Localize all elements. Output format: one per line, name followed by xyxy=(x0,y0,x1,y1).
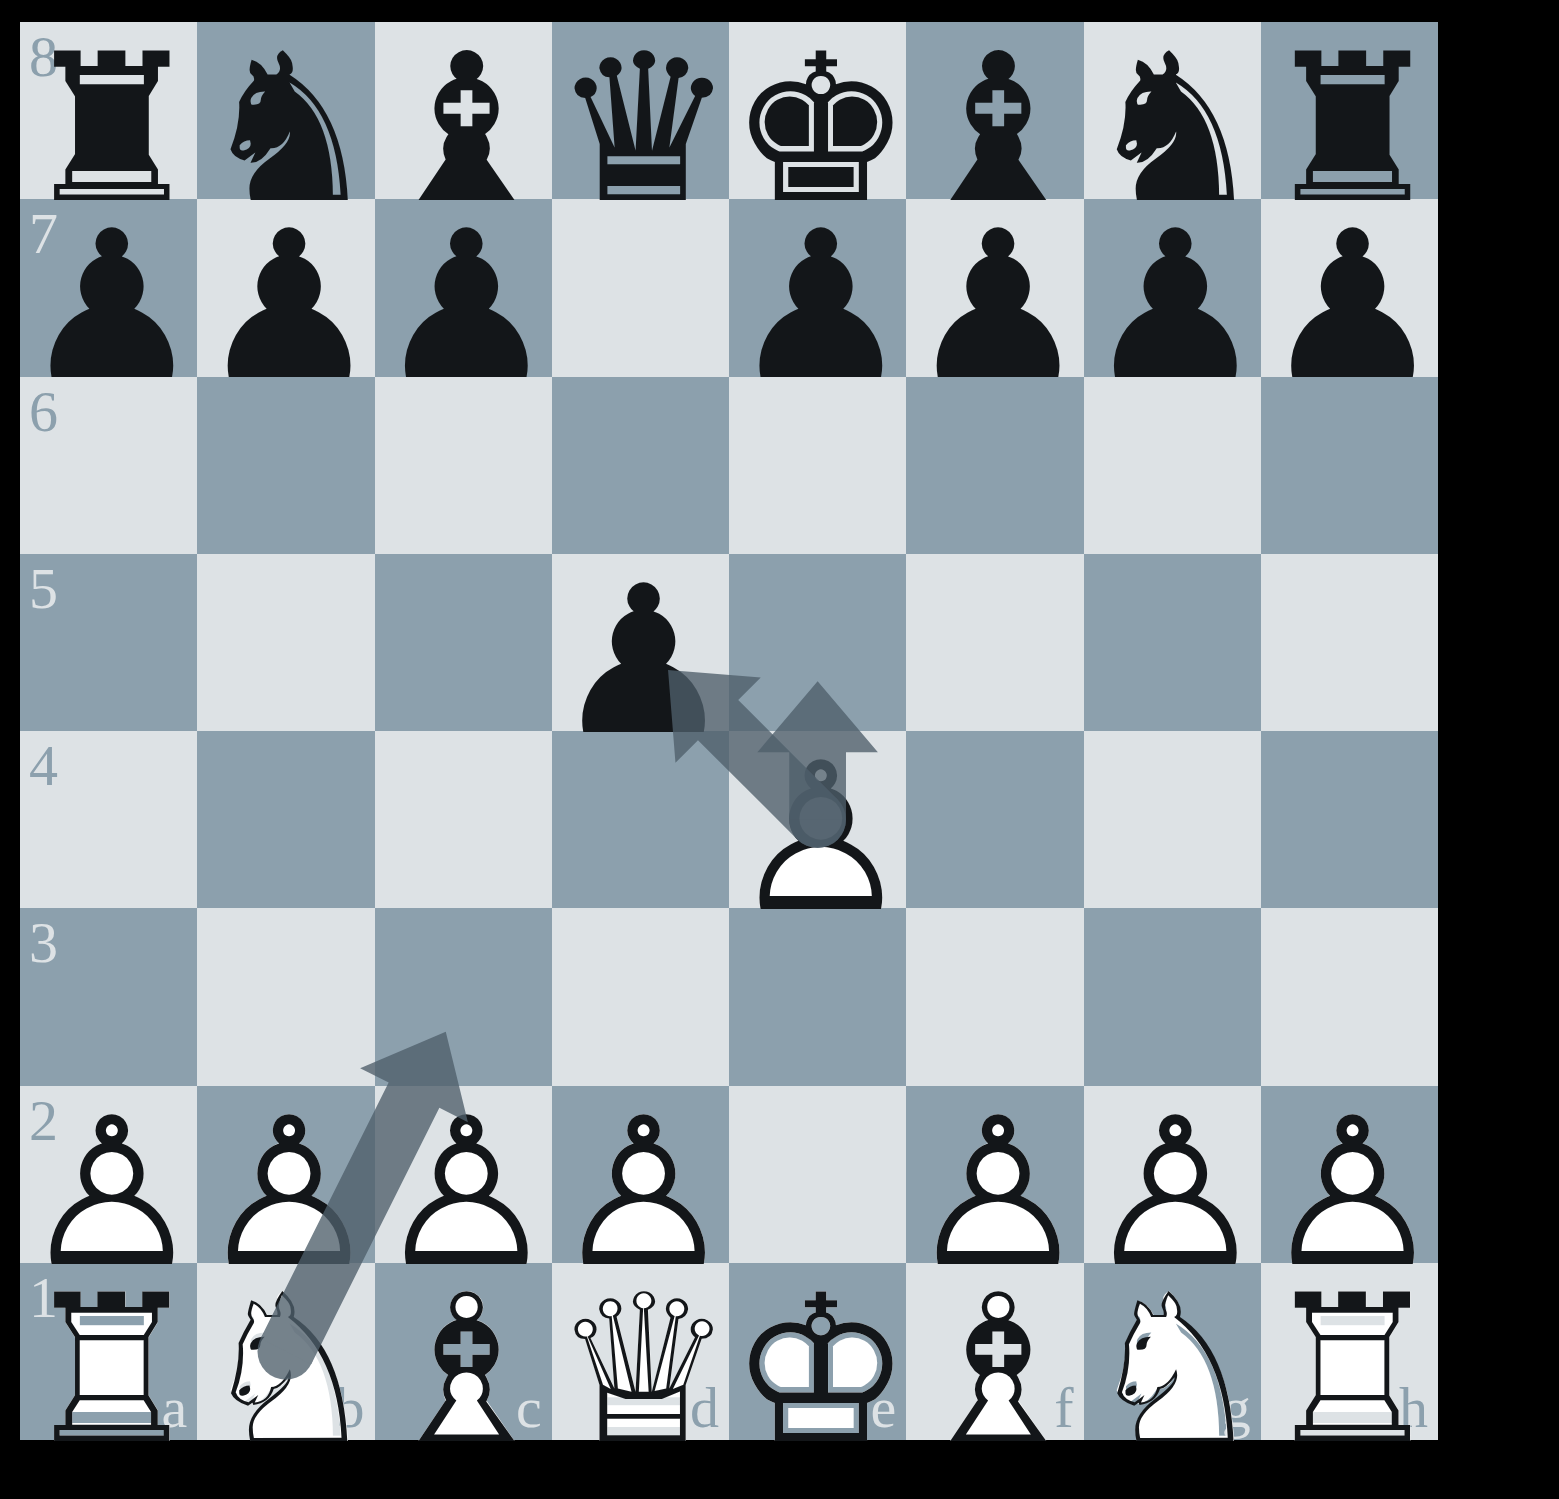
square-c3[interactable] xyxy=(375,908,552,1085)
piece-glyph: ♟ xyxy=(729,204,913,409)
square-a1[interactable]: 1a♜♖ xyxy=(20,1263,197,1440)
square-d1[interactable]: d♛♕ xyxy=(552,1263,729,1440)
square-f7[interactable]: ♟ xyxy=(906,199,1083,376)
square-h2[interactable]: ♟♙ xyxy=(1261,1086,1438,1263)
square-g3[interactable] xyxy=(1084,908,1261,1085)
square-c1[interactable]: c♝♗ xyxy=(375,1263,552,1440)
black-queen-d8[interactable]: ♛ xyxy=(552,22,729,199)
white-knight-b1[interactable]: ♞♘ xyxy=(197,1263,374,1440)
rank-label-5: 5 xyxy=(29,560,58,618)
square-b8[interactable]: ♞ xyxy=(197,22,374,199)
square-h8[interactable]: ♜ xyxy=(1261,22,1438,199)
black-pawn-e7[interactable]: ♟ xyxy=(729,199,906,376)
piece-glyph-outline: ♘ xyxy=(197,1268,381,1473)
piece-glyph-outline: ♗ xyxy=(375,1268,559,1473)
black-pawn-g7[interactable]: ♟ xyxy=(1084,199,1261,376)
square-b4[interactable] xyxy=(197,731,374,908)
square-f4[interactable] xyxy=(906,731,1083,908)
white-rook-a1[interactable]: ♜♖ xyxy=(20,1263,197,1440)
square-g5[interactable] xyxy=(1084,554,1261,731)
black-pawn-d5[interactable]: ♟ xyxy=(552,554,729,731)
square-h7[interactable]: ♟ xyxy=(1261,199,1438,376)
white-bishop-f1[interactable]: ♝♗ xyxy=(906,1263,1083,1440)
piece-glyph-outline: ♙ xyxy=(729,736,913,941)
square-e2[interactable] xyxy=(729,1086,906,1263)
piece-glyph: ♟ xyxy=(375,204,559,409)
chess-board: 8♜♞♝♛♚♝♞♜7♟♟♟♟♟♟♟65♟4♟♙32♟♙♟♙♟♙♟♙♟♙♟♙♟♙1… xyxy=(20,22,1438,1440)
square-a2[interactable]: 2♟♙ xyxy=(20,1086,197,1263)
piece-glyph: ♟ xyxy=(197,204,381,409)
square-e1[interactable]: e♚♔ xyxy=(729,1263,906,1440)
page-background: 8♜♞♝♛♚♝♞♜7♟♟♟♟♟♟♟65♟4♟♙32♟♙♟♙♟♙♟♙♟♙♟♙♟♙1… xyxy=(0,0,1559,1499)
white-pawn-e4[interactable]: ♟♙ xyxy=(729,731,906,908)
piece-glyph: ♛ xyxy=(552,27,736,232)
white-pawn-c2[interactable]: ♟♙ xyxy=(375,1086,552,1263)
piece-glyph-outline: ♔ xyxy=(729,1268,913,1473)
piece-glyph: ♟ xyxy=(1261,204,1445,409)
square-d3[interactable] xyxy=(552,908,729,1085)
square-h3[interactable] xyxy=(1261,908,1438,1085)
black-pawn-h7[interactable]: ♟ xyxy=(1261,199,1438,376)
piece-glyph: ♟ xyxy=(552,559,736,764)
square-d8[interactable]: ♛ xyxy=(552,22,729,199)
square-e4[interactable]: ♟♙ xyxy=(729,731,906,908)
square-d5[interactable]: ♟ xyxy=(552,554,729,731)
square-c7[interactable]: ♟ xyxy=(375,199,552,376)
square-g2[interactable]: ♟♙ xyxy=(1084,1086,1261,1263)
square-a7[interactable]: 7♟ xyxy=(20,199,197,376)
square-f5[interactable] xyxy=(906,554,1083,731)
square-f2[interactable]: ♟♙ xyxy=(906,1086,1083,1263)
square-h1[interactable]: h♜♖ xyxy=(1261,1263,1438,1440)
piece-glyph-outline: ♖ xyxy=(1261,1268,1445,1473)
black-bishop-f8[interactable]: ♝ xyxy=(906,22,1083,199)
white-king-e1[interactable]: ♚♔ xyxy=(729,1263,906,1440)
square-b1[interactable]: b♞♘ xyxy=(197,1263,374,1440)
square-g4[interactable] xyxy=(1084,731,1261,908)
square-f8[interactable]: ♝ xyxy=(906,22,1083,199)
square-b5[interactable] xyxy=(197,554,374,731)
square-h4[interactable] xyxy=(1261,731,1438,908)
square-e8[interactable]: ♚ xyxy=(729,22,906,199)
square-b3[interactable] xyxy=(197,908,374,1085)
square-f3[interactable] xyxy=(906,908,1083,1085)
square-g8[interactable]: ♞ xyxy=(1084,22,1261,199)
square-c4[interactable] xyxy=(375,731,552,908)
square-f1[interactable]: f♝♗ xyxy=(906,1263,1083,1440)
square-c2[interactable]: ♟♙ xyxy=(375,1086,552,1263)
white-queen-d1[interactable]: ♛♕ xyxy=(552,1263,729,1440)
white-pawn-h2[interactable]: ♟♙ xyxy=(1261,1086,1438,1263)
black-bishop-c8[interactable]: ♝ xyxy=(375,22,552,199)
black-knight-b8[interactable]: ♞ xyxy=(197,22,374,199)
black-pawn-b7[interactable]: ♟ xyxy=(197,199,374,376)
black-rook-a8[interactable]: ♜ xyxy=(20,22,197,199)
square-e5[interactable] xyxy=(729,554,906,731)
square-d6[interactable] xyxy=(552,377,729,554)
white-pawn-g2[interactable]: ♟♙ xyxy=(1084,1086,1261,1263)
square-c5[interactable] xyxy=(375,554,552,731)
square-h5[interactable] xyxy=(1261,554,1438,731)
black-king-e8[interactable]: ♚ xyxy=(729,22,906,199)
square-a4[interactable]: 4 xyxy=(20,731,197,908)
white-pawn-f2[interactable]: ♟♙ xyxy=(906,1086,1083,1263)
white-bishop-c1[interactable]: ♝♗ xyxy=(375,1263,552,1440)
rank-label-4: 4 xyxy=(29,737,58,795)
square-e7[interactable]: ♟ xyxy=(729,199,906,376)
piece-glyph-outline: ♘ xyxy=(1084,1268,1268,1473)
square-a5[interactable]: 5 xyxy=(20,554,197,731)
piece-glyph-outline: ♕ xyxy=(552,1268,736,1473)
piece-glyph-outline: ♖ xyxy=(20,1268,204,1473)
black-pawn-a7[interactable]: ♟ xyxy=(20,199,197,376)
square-g1[interactable]: g♞♘ xyxy=(1084,1263,1261,1440)
white-pawn-a2[interactable]: ♟♙ xyxy=(20,1086,197,1263)
square-d2[interactable]: ♟♙ xyxy=(552,1086,729,1263)
square-g7[interactable]: ♟ xyxy=(1084,199,1261,376)
white-rook-h1[interactable]: ♜♖ xyxy=(1261,1263,1438,1440)
square-b7[interactable]: ♟ xyxy=(197,199,374,376)
black-knight-g8[interactable]: ♞ xyxy=(1084,22,1261,199)
piece-glyph: ♟ xyxy=(906,204,1090,409)
black-rook-h8[interactable]: ♜ xyxy=(1261,22,1438,199)
square-a3[interactable]: 3 xyxy=(20,908,197,1085)
white-knight-g1[interactable]: ♞♘ xyxy=(1084,1263,1261,1440)
rank-label-3: 3 xyxy=(29,914,58,972)
piece-glyph: ♟ xyxy=(1084,204,1268,409)
square-a8[interactable]: 8♜ xyxy=(20,22,197,199)
piece-glyph: ♟ xyxy=(20,204,204,409)
white-pawn-d2[interactable]: ♟♙ xyxy=(552,1086,729,1263)
piece-glyph-outline: ♗ xyxy=(906,1268,1090,1473)
square-c8[interactable]: ♝ xyxy=(375,22,552,199)
white-pawn-b2[interactable]: ♟♙ xyxy=(197,1086,374,1263)
square-b2[interactable]: ♟♙ xyxy=(197,1086,374,1263)
black-pawn-c7[interactable]: ♟ xyxy=(375,199,552,376)
black-pawn-f7[interactable]: ♟ xyxy=(906,199,1083,376)
